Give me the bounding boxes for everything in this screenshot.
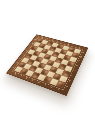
board-square <box>56 80 65 88</box>
coordinate-label: f <box>78 60 80 62</box>
coordinate-label: g <box>80 56 82 58</box>
coordinate-label: b <box>68 80 71 83</box>
coordinate-label: e <box>76 65 78 67</box>
coordinate-label: 1 <box>78 46 80 48</box>
board-square <box>73 48 81 54</box>
coordinate-label: 2 <box>73 45 75 47</box>
coordinate-label: c <box>71 75 73 77</box>
coordinate-label: 6 <box>51 39 53 41</box>
product-photo: 88hh77gg66ff55ee44dd33cc22bb11aa♜♟♞♟♝♟♛♟… <box>0 0 95 126</box>
coordinate-label: 1 <box>57 88 60 91</box>
coordinate-label: d <box>73 70 75 72</box>
coordinate-label: 5 <box>56 41 58 43</box>
board-square <box>63 55 71 61</box>
coordinate-label: a <box>66 85 69 88</box>
coordinate-label: 3 <box>44 84 47 87</box>
coordinate-label: 7 <box>20 75 23 77</box>
coordinate-label: 6 <box>25 77 28 80</box>
coordinate-label: 3 <box>67 44 69 46</box>
chess-board: 88hh77gg66ff55ee44dd33cc22bb11aa♜♟♞♟♝♟♛♟… <box>6 34 88 96</box>
coordinate-label: h <box>82 52 84 54</box>
coordinate-label: 4 <box>62 42 64 44</box>
coordinate-label: 5 <box>31 79 34 82</box>
coordinate-label: 8 <box>14 73 17 75</box>
coordinate-label: 4 <box>37 81 40 84</box>
coordinate-label: 2 <box>50 86 53 89</box>
